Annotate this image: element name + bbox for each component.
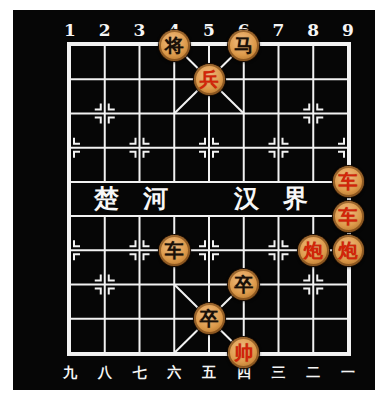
file-label-bottom-2: 八 <box>92 364 118 380</box>
file-label-top-7: 7 <box>266 20 292 40</box>
river-label-right: 汉界 <box>234 185 332 213</box>
file-label-bottom-8: 二 <box>300 364 326 380</box>
river-label-left: 楚河 <box>94 185 192 213</box>
piece-red-cannon-2[interactable]: 炮 <box>333 235 364 266</box>
file-label-top-3: 3 <box>127 20 153 40</box>
piece-red-cannon-1[interactable]: 炮 <box>298 235 329 266</box>
piece-red-soldier[interactable]: 兵 <box>194 64 225 95</box>
file-label-top-9: 9 <box>335 20 361 40</box>
file-label-bottom-7: 三 <box>266 364 292 380</box>
screenshot-canvas: 123456789九八七六五四三二一 楚河 汉界 将马兵车车车炮炮卒卒帅 <box>0 0 388 400</box>
piece-black-general[interactable]: 将 <box>159 30 190 61</box>
file-label-top-8: 8 <box>300 20 326 40</box>
piece-red-chariot-1[interactable]: 车 <box>333 166 364 197</box>
file-label-bottom-9: 一 <box>335 364 361 380</box>
file-label-bottom-1: 九 <box>57 364 83 380</box>
file-label-top-5: 5 <box>196 20 222 40</box>
file-label-top-1: 1 <box>57 20 83 40</box>
file-label-bottom-5: 五 <box>196 364 222 380</box>
piece-red-chariot-2[interactable]: 车 <box>333 201 364 232</box>
piece-black-horse[interactable]: 马 <box>228 30 259 61</box>
file-label-top-2: 2 <box>92 20 118 40</box>
file-label-bottom-3: 七 <box>127 364 153 380</box>
piece-black-chariot[interactable]: 车 <box>159 235 190 266</box>
file-label-bottom-4: 六 <box>161 364 187 380</box>
piece-black-soldier-2[interactable]: 卒 <box>194 303 225 334</box>
